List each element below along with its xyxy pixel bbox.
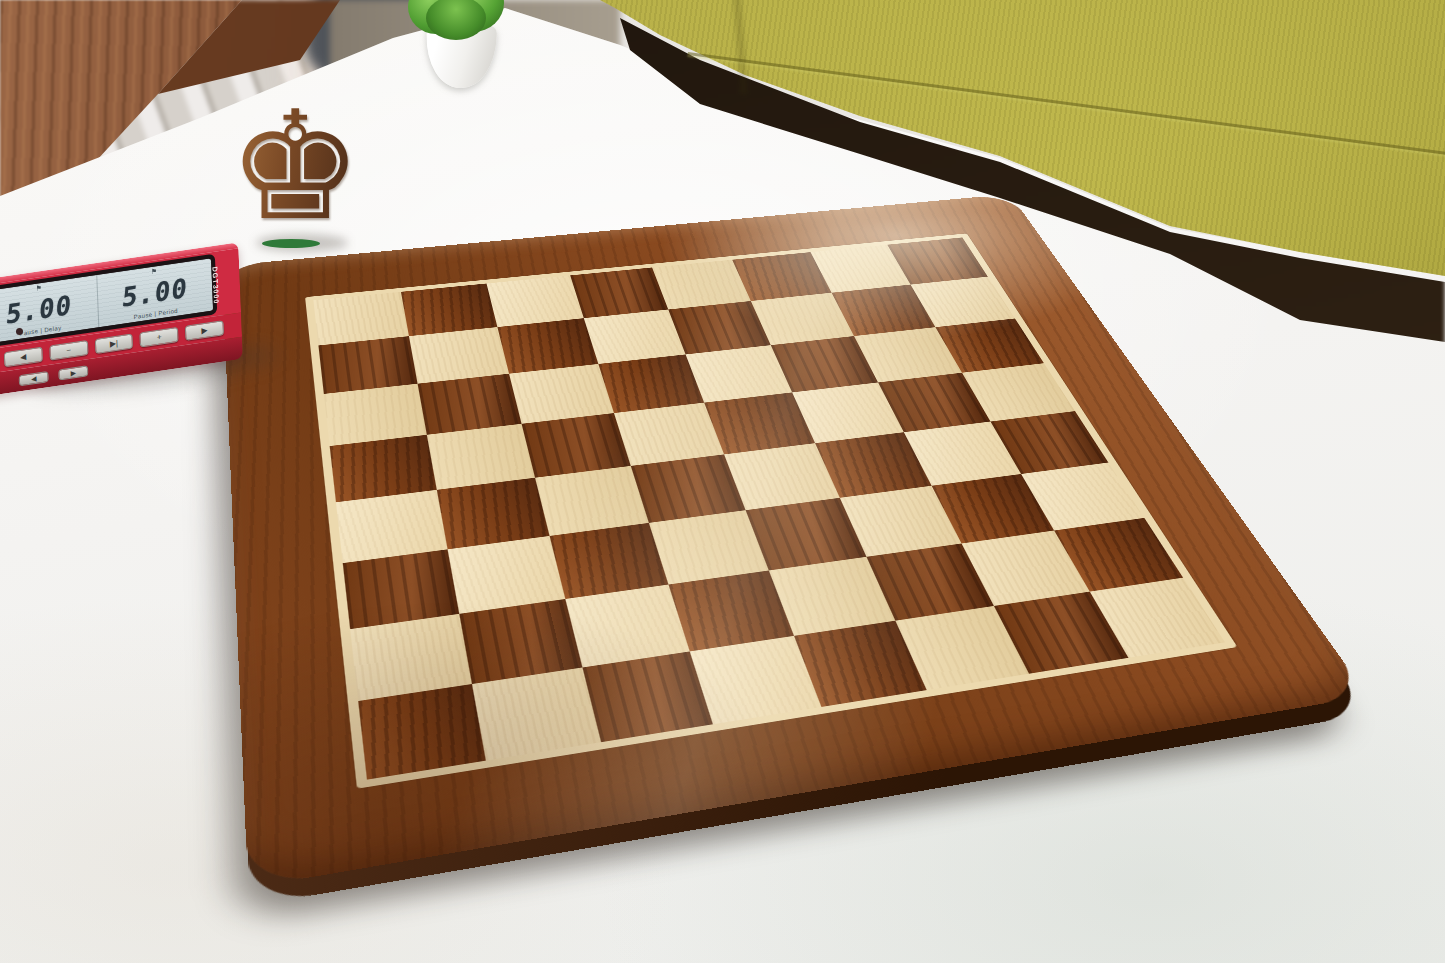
- clock-brand-label: DGT3000: [211, 266, 219, 305]
- board-grid: [313, 237, 1225, 779]
- clock-button[interactable]: ▶: [185, 320, 224, 341]
- clock-button[interactable]: +: [140, 326, 179, 347]
- clock-left-display: ⚑ 5.00 Pause | Delay: [0, 275, 98, 344]
- clock-front-button[interactable]: ▶: [58, 365, 88, 380]
- clock-power-port: [16, 328, 23, 335]
- clock-front-button[interactable]: ◀: [19, 371, 49, 386]
- left-time: 5.00: [5, 291, 73, 327]
- leaf-blob: [426, 0, 486, 40]
- photo-scene: ♚ ⚑ 5.00 Pause | Delay ⚑ 5.00: [0, 0, 1445, 963]
- right-time: 5.00: [121, 274, 189, 310]
- king-icon: ♚: [228, 86, 352, 250]
- clock-right-display: ⚑ 5.00 Pause | Period: [96, 258, 213, 327]
- black-king-piece[interactable]: ♚: [228, 86, 352, 250]
- plant-foliage: [408, 0, 512, 40]
- clock-button[interactable]: ▶|: [94, 333, 133, 354]
- flag-icon: ⚑: [36, 284, 42, 292]
- flag-icon: ⚑: [151, 267, 157, 275]
- clock-button[interactable]: ◀: [4, 346, 43, 367]
- clock-button[interactable]: −: [49, 340, 88, 361]
